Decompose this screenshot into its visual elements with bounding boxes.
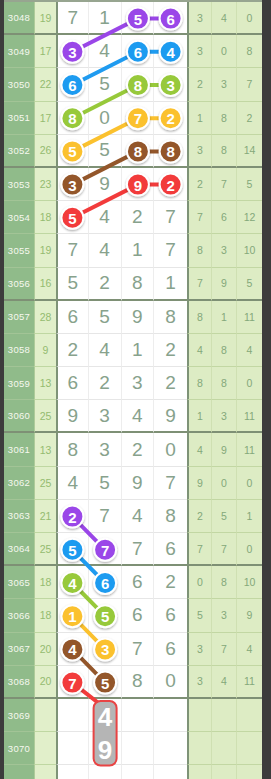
digit-cell: 7 <box>154 234 187 267</box>
digit-cell: 8 <box>122 666 155 699</box>
digit-cell: 5 <box>89 135 122 168</box>
digit-cell <box>154 732 187 765</box>
stat-cell: 3 <box>212 68 237 101</box>
digit-sum-cell: 16 <box>34 268 56 301</box>
digit-cell: 6 <box>56 367 89 400</box>
stat-cell: 5 <box>237 268 262 301</box>
stat-cell: 11 <box>237 301 262 334</box>
digit-cell: 8 <box>154 301 187 334</box>
stat-cell: 11 <box>237 666 262 699</box>
stat-cell: 0 <box>212 35 237 68</box>
digit-cell <box>56 732 89 765</box>
digit-cell <box>56 500 89 533</box>
draw-number-cell: 3057 <box>4 301 34 334</box>
digit-cell <box>56 599 89 632</box>
stat-cell: 0 <box>237 533 262 566</box>
digit-cell <box>154 168 187 201</box>
stat-cell: 3 <box>187 2 212 35</box>
stat-cell: 9 <box>212 433 237 466</box>
digit-cell <box>89 633 122 666</box>
digit-cell: 4 <box>56 467 89 500</box>
stat-cell: 5 <box>187 599 212 632</box>
draw-number-cell: 3059 <box>4 367 34 400</box>
draw-number-cell: 3071 <box>4 765 34 779</box>
digit-cell <box>89 599 122 632</box>
stat-cell: 8 <box>212 566 237 599</box>
stat-cell: 9 <box>187 467 212 500</box>
digit-cell <box>56 168 89 201</box>
digit-cell <box>56 533 89 566</box>
draw-number-cell: 3060 <box>4 400 34 433</box>
digit-sum-cell: 18 <box>34 599 56 632</box>
stat-cell: 10 <box>237 566 262 599</box>
stat-cell: 5 <box>237 168 262 201</box>
stat-cell: 8 <box>212 102 237 135</box>
digit-cell: 9 <box>56 400 89 433</box>
draw-number-cell: 3054 <box>4 201 34 234</box>
digit-cell <box>89 765 122 779</box>
draw-number-cell: 3049 <box>4 35 34 68</box>
digit-cell: 4 <box>89 334 122 367</box>
digit-cell: 6 <box>154 599 187 632</box>
digit-cell: 7 <box>56 234 89 267</box>
digit-cell <box>154 765 187 779</box>
stat-cell: 14 <box>237 135 262 168</box>
stat-cell: 1 <box>187 102 212 135</box>
stat-cell: 3 <box>187 666 212 699</box>
digit-cell: 4 <box>89 35 122 68</box>
digit-cell: 4 <box>122 500 155 533</box>
digit-sum-cell: 25 <box>34 467 56 500</box>
digit-cell <box>56 68 89 101</box>
digit-sum-cell: 28 <box>34 301 56 334</box>
digit-cell: 0 <box>154 433 187 466</box>
digit-cell <box>122 168 155 201</box>
stat-cell: 11 <box>237 400 262 433</box>
digit-cell: 1 <box>89 2 122 35</box>
digit-cell: 4 <box>89 234 122 267</box>
stat-cell: 8 <box>212 135 237 168</box>
stat-cell: 0 <box>237 367 262 400</box>
digit-cell: 4 <box>89 201 122 234</box>
digit-cell <box>122 699 155 732</box>
digit-cell: 2 <box>122 201 155 234</box>
digit-cell <box>122 68 155 101</box>
digit-sum-cell: 26 <box>34 135 56 168</box>
stat-cell <box>212 699 237 732</box>
digit-cell <box>56 135 89 168</box>
stat-cell: 8 <box>187 234 212 267</box>
stat-cell: 7 <box>187 533 212 566</box>
stat-cell <box>212 765 237 779</box>
digit-cell: 7 <box>122 633 155 666</box>
digit-cell: 3 <box>89 400 122 433</box>
digit-sum-cell: 18 <box>34 566 56 599</box>
stat-cell: 7 <box>212 168 237 201</box>
digit-sum-cell: 13 <box>34 433 56 466</box>
digit-cell: 3 <box>89 433 122 466</box>
stat-cell: 8 <box>237 35 262 68</box>
digit-cell: 2 <box>89 268 122 301</box>
digit-sum-cell: 21 <box>34 500 56 533</box>
digit-cell: 5 <box>89 467 122 500</box>
stat-cell: 4 <box>212 666 237 699</box>
lottery-trend-chart: 3048197134030491743083050225237305117018… <box>0 0 271 779</box>
stat-cell: 1 <box>212 301 237 334</box>
draw-number-cell: 3062 <box>4 467 34 500</box>
digit-cell: 6 <box>56 301 89 334</box>
stat-cell: 8 <box>187 367 212 400</box>
draw-number-cell: 3069 <box>4 699 34 732</box>
stat-cell: 9 <box>237 599 262 632</box>
digit-cell <box>89 666 122 699</box>
stat-cell: 8 <box>212 367 237 400</box>
digit-cell: 4 <box>122 400 155 433</box>
stat-cell: 2 <box>237 102 262 135</box>
digit-cell <box>154 2 187 35</box>
digit-cell <box>154 35 187 68</box>
right-edge-strip <box>262 0 271 779</box>
stat-cell <box>237 732 262 765</box>
digit-cell: 2 <box>154 566 187 599</box>
digit-cell <box>56 102 89 135</box>
stat-cell: 5 <box>212 500 237 533</box>
stat-cell <box>187 699 212 732</box>
draw-number-cell: 3051 <box>4 102 34 135</box>
stat-cell: 0 <box>212 467 237 500</box>
stat-cell: 7 <box>212 533 237 566</box>
digit-sum-cell: 17 <box>34 35 56 68</box>
digit-cell <box>154 102 187 135</box>
digit-sum-cell: 25 <box>34 400 56 433</box>
stat-cell: 4 <box>237 334 262 367</box>
stat-cell: 1 <box>237 500 262 533</box>
stat-cell: 10 <box>237 234 262 267</box>
digit-sum-cell <box>34 732 56 765</box>
digit-cell <box>56 765 89 779</box>
digit-cell <box>56 666 89 699</box>
digit-cell: 1 <box>154 268 187 301</box>
draw-number-cell: 3052 <box>4 135 34 168</box>
trend-table: 3048197134030491743083050225237305117018… <box>4 0 262 779</box>
stat-cell <box>212 732 237 765</box>
draw-number-cell: 3065 <box>4 566 34 599</box>
digit-sum-cell: 20 <box>34 633 56 666</box>
digit-cell: 6 <box>122 566 155 599</box>
digit-cell: 5 <box>89 68 122 101</box>
stat-cell: 0 <box>187 566 212 599</box>
digit-sum-cell: 25 <box>34 533 56 566</box>
digit-cell: 2 <box>154 367 187 400</box>
stat-cell: 3 <box>187 633 212 666</box>
stat-cell: 2 <box>187 168 212 201</box>
digit-cell <box>154 68 187 101</box>
draw-number-cell: 3053 <box>4 168 34 201</box>
digit-cell: 8 <box>154 500 187 533</box>
digit-cell: 2 <box>89 367 122 400</box>
digit-cell: 5 <box>89 301 122 334</box>
digit-cell: 1 <box>122 334 155 367</box>
digit-sum-cell: 18 <box>34 201 56 234</box>
digit-sum-cell: 17 <box>34 102 56 135</box>
stat-cell <box>237 699 262 732</box>
digit-cell <box>122 135 155 168</box>
stat-cell: 3 <box>187 135 212 168</box>
digit-cell: 0 <box>154 666 187 699</box>
stat-cell: 3 <box>187 35 212 68</box>
stat-cell: 7 <box>212 633 237 666</box>
draw-number-cell: 3070 <box>4 732 34 765</box>
digit-sum-cell <box>34 765 56 779</box>
digit-sum-cell: 22 <box>34 68 56 101</box>
digit-cell <box>122 35 155 68</box>
digit-cell <box>89 732 122 765</box>
digit-cell <box>122 2 155 35</box>
digit-sum-cell: 20 <box>34 666 56 699</box>
draw-number-cell: 3061 <box>4 433 34 466</box>
digit-cell: 5 <box>56 268 89 301</box>
draw-number-cell: 3050 <box>4 68 34 101</box>
stat-cell: 8 <box>212 334 237 367</box>
digit-cell: 9 <box>154 400 187 433</box>
digit-cell <box>122 765 155 779</box>
stat-cell <box>237 765 262 779</box>
digit-sum-cell: 19 <box>34 2 56 35</box>
digit-cell: 7 <box>154 467 187 500</box>
stat-cell: 2 <box>187 500 212 533</box>
digit-cell: 1 <box>122 234 155 267</box>
digit-cell: 9 <box>122 301 155 334</box>
stat-cell: 0 <box>237 467 262 500</box>
stat-cell: 3 <box>212 400 237 433</box>
stat-cell: 12 <box>237 201 262 234</box>
digit-cell: 6 <box>154 633 187 666</box>
stat-cell: 7 <box>187 201 212 234</box>
digit-cell: 6 <box>122 599 155 632</box>
digit-cell: 3 <box>122 367 155 400</box>
draw-number-cell: 3068 <box>4 666 34 699</box>
stat-cell: 3 <box>212 234 237 267</box>
draw-number-cell: 3055 <box>4 234 34 267</box>
digit-cell <box>56 201 89 234</box>
digit-cell: 6 <box>154 533 187 566</box>
digit-cell: 7 <box>122 533 155 566</box>
digit-cell <box>56 566 89 599</box>
draw-number-cell: 3067 <box>4 633 34 666</box>
stat-cell: 4 <box>212 2 237 35</box>
digit-cell: 7 <box>56 2 89 35</box>
stat-cell: 8 <box>187 301 212 334</box>
digit-cell: 9 <box>89 168 122 201</box>
digit-cell: 2 <box>122 433 155 466</box>
stat-cell: 4 <box>187 334 212 367</box>
digit-cell <box>56 633 89 666</box>
digit-sum-cell: 13 <box>34 367 56 400</box>
digit-cell <box>122 732 155 765</box>
draw-number-cell: 3058 <box>4 334 34 367</box>
stat-cell: 4 <box>237 633 262 666</box>
digit-cell: 2 <box>154 334 187 367</box>
digit-cell: 7 <box>89 500 122 533</box>
digit-cell: 7 <box>154 201 187 234</box>
digit-cell <box>89 566 122 599</box>
draw-number-cell: 3064 <box>4 533 34 566</box>
draw-number-cell: 3056 <box>4 268 34 301</box>
stat-cell: 11 <box>237 433 262 466</box>
stat-cell: 3 <box>212 599 237 632</box>
digit-cell <box>122 102 155 135</box>
digit-cell: 2 <box>56 334 89 367</box>
digit-cell <box>89 533 122 566</box>
draw-number-cell: 3066 <box>4 599 34 632</box>
digit-cell <box>154 699 187 732</box>
digit-cell <box>56 35 89 68</box>
digit-sum-cell <box>34 699 56 732</box>
draw-number-cell: 3063 <box>4 500 34 533</box>
draw-number-cell: 3048 <box>4 2 34 35</box>
digit-cell: 9 <box>122 467 155 500</box>
stat-cell: 7 <box>237 68 262 101</box>
digit-sum-cell: 9 <box>34 334 56 367</box>
stat-cell: 9 <box>212 268 237 301</box>
digit-cell <box>154 135 187 168</box>
stat-cell: 1 <box>187 400 212 433</box>
digit-cell <box>89 699 122 732</box>
digit-sum-cell: 19 <box>34 234 56 267</box>
stat-cell: 4 <box>187 433 212 466</box>
stat-cell: 2 <box>187 68 212 101</box>
digit-cell: 8 <box>122 268 155 301</box>
stat-cell: 6 <box>212 201 237 234</box>
digit-sum-cell: 23 <box>34 168 56 201</box>
stat-cell: 0 <box>237 2 262 35</box>
digit-cell: 8 <box>56 433 89 466</box>
digit-cell: 0 <box>89 102 122 135</box>
digit-cell <box>56 699 89 732</box>
stat-cell: 7 <box>187 268 212 301</box>
stat-cell <box>187 765 212 779</box>
stat-cell <box>187 732 212 765</box>
